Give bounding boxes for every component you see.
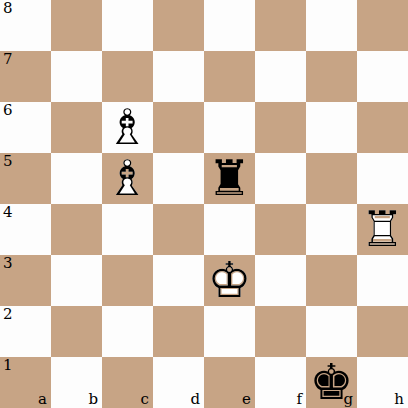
square-c7[interactable] [102, 51, 153, 102]
square-f5[interactable] [255, 153, 306, 204]
rank-label-3: 3 [3, 256, 13, 271]
square-b3[interactable] [51, 255, 102, 306]
file-label-b: b [88, 392, 98, 407]
square-e5[interactable]: ♜ [204, 153, 255, 204]
square-g4[interactable] [306, 204, 357, 255]
black-rook-icon: ♜ [208, 153, 252, 204]
file-label-c: c [141, 392, 149, 407]
square-a5[interactable]: 5 [0, 153, 51, 204]
square-c4[interactable] [102, 204, 153, 255]
square-a4[interactable]: 4 [0, 204, 51, 255]
square-a1[interactable]: 1a [0, 357, 51, 408]
square-g1[interactable]: g♚ [306, 357, 357, 408]
file-label-d: d [190, 392, 200, 407]
square-e7[interactable] [204, 51, 255, 102]
square-b6[interactable] [51, 102, 102, 153]
rank-label-1: 1 [3, 358, 13, 373]
square-g3[interactable] [306, 255, 357, 306]
square-g8[interactable] [306, 0, 357, 51]
square-b4[interactable] [51, 204, 102, 255]
square-d4[interactable] [153, 204, 204, 255]
square-f8[interactable] [255, 0, 306, 51]
square-g5[interactable] [306, 153, 357, 204]
square-e6[interactable] [204, 102, 255, 153]
square-g7[interactable] [306, 51, 357, 102]
square-e2[interactable] [204, 306, 255, 357]
square-d7[interactable] [153, 51, 204, 102]
rank-label-6: 6 [3, 103, 13, 118]
square-f4[interactable] [255, 204, 306, 255]
square-c8[interactable] [102, 0, 153, 51]
square-h3[interactable] [357, 255, 408, 306]
square-a3[interactable]: 3 [0, 255, 51, 306]
file-label-h: h [394, 392, 404, 407]
white-rook-icon: ♖ [361, 204, 405, 255]
square-b2[interactable] [51, 306, 102, 357]
square-d6[interactable] [153, 102, 204, 153]
square-f3[interactable] [255, 255, 306, 306]
black-king-g1[interactable]: ♚ [306, 357, 357, 408]
square-f6[interactable] [255, 102, 306, 153]
square-b1[interactable]: b [51, 357, 102, 408]
square-e1[interactable]: e [204, 357, 255, 408]
file-label-a: a [38, 392, 47, 407]
black-king-icon: ♚ [310, 357, 354, 408]
white-king-e3[interactable]: ♚♔ [204, 255, 255, 306]
white-rook-h4[interactable]: ♜♖ [357, 204, 408, 255]
white-bishop-c6[interactable]: ♝♗ [102, 102, 153, 153]
square-h2[interactable] [357, 306, 408, 357]
square-d3[interactable] [153, 255, 204, 306]
file-label-f: f [296, 392, 302, 407]
white-bishop-c5[interactable]: ♝♗ [102, 153, 153, 204]
white-king-icon: ♔ [208, 255, 252, 306]
square-f1[interactable]: f [255, 357, 306, 408]
square-d5[interactable] [153, 153, 204, 204]
square-a2[interactable]: 2 [0, 306, 51, 357]
square-c5[interactable]: ♝♗ [102, 153, 153, 204]
square-h5[interactable] [357, 153, 408, 204]
square-g2[interactable] [306, 306, 357, 357]
square-a6[interactable]: 6 [0, 102, 51, 153]
square-c6[interactable]: ♝♗ [102, 102, 153, 153]
rank-label-7: 7 [3, 52, 13, 67]
square-b8[interactable] [51, 0, 102, 51]
square-a7[interactable]: 7 [0, 51, 51, 102]
square-h4[interactable]: ♜♖ [357, 204, 408, 255]
square-c1[interactable]: c [102, 357, 153, 408]
file-label-e: e [242, 392, 251, 407]
square-d2[interactable] [153, 306, 204, 357]
square-b5[interactable] [51, 153, 102, 204]
square-h7[interactable] [357, 51, 408, 102]
rank-label-8: 8 [3, 1, 13, 16]
chess-board: 876♝♗5♝♗♜4♜♖3♚♔21abcdefg♚h [0, 0, 408, 408]
square-e3[interactable]: ♚♔ [204, 255, 255, 306]
rank-label-4: 4 [3, 205, 13, 220]
square-g6[interactable] [306, 102, 357, 153]
black-rook-e5[interactable]: ♜ [204, 153, 255, 204]
square-e8[interactable] [204, 0, 255, 51]
square-h6[interactable] [357, 102, 408, 153]
square-d1[interactable]: d [153, 357, 204, 408]
white-bishop-icon: ♗ [106, 102, 150, 153]
square-d8[interactable] [153, 0, 204, 51]
square-c3[interactable] [102, 255, 153, 306]
white-bishop-icon: ♗ [106, 153, 150, 204]
square-c2[interactable] [102, 306, 153, 357]
square-f7[interactable] [255, 51, 306, 102]
square-e4[interactable] [204, 204, 255, 255]
square-f2[interactable] [255, 306, 306, 357]
rank-label-5: 5 [3, 154, 13, 169]
square-h1[interactable]: h [357, 357, 408, 408]
square-a8[interactable]: 8 [0, 0, 51, 51]
square-b7[interactable] [51, 51, 102, 102]
square-h8[interactable] [357, 0, 408, 51]
rank-label-2: 2 [3, 307, 13, 322]
